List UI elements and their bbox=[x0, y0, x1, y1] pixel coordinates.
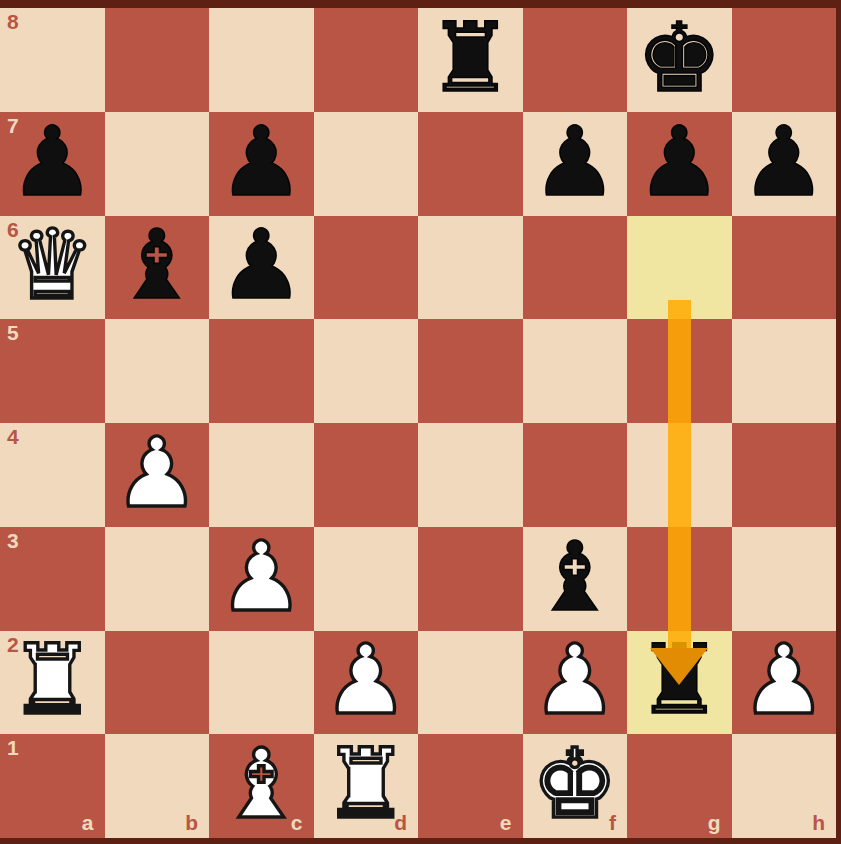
rank-label-8: 8 bbox=[7, 10, 19, 34]
piece-black-king[interactable]: ♚ bbox=[636, 10, 722, 106]
piece-white-rook[interactable]: ♜ bbox=[9, 632, 95, 728]
square-d7[interactable] bbox=[314, 112, 419, 216]
square-g3[interactable] bbox=[627, 527, 732, 631]
square-d2[interactable]: ♟ bbox=[314, 631, 419, 735]
piece-black-pawn[interactable]: ♟ bbox=[218, 217, 304, 313]
square-a6[interactable]: 6♛ bbox=[0, 216, 105, 320]
piece-white-pawn[interactable]: ♟ bbox=[323, 632, 409, 728]
piece-black-pawn[interactable]: ♟ bbox=[218, 114, 304, 210]
square-f2[interactable]: ♟ bbox=[523, 631, 628, 735]
square-b2[interactable] bbox=[105, 631, 210, 735]
square-d6[interactable] bbox=[314, 216, 419, 320]
piece-white-pawn[interactable]: ♟ bbox=[114, 425, 200, 521]
square-d3[interactable] bbox=[314, 527, 419, 631]
square-f4[interactable] bbox=[523, 423, 628, 527]
square-b5[interactable] bbox=[105, 319, 210, 423]
piece-white-pawn[interactable]: ♟ bbox=[532, 632, 618, 728]
square-h4[interactable] bbox=[732, 423, 837, 527]
piece-black-bishop[interactable]: ♝ bbox=[114, 217, 200, 313]
square-g6[interactable] bbox=[627, 216, 732, 320]
square-h2[interactable]: ♟ bbox=[732, 631, 837, 735]
square-c7[interactable]: ♟ bbox=[209, 112, 314, 216]
square-e6[interactable] bbox=[418, 216, 523, 320]
square-e3[interactable] bbox=[418, 527, 523, 631]
chess-board: 8♜♚7♟♟♟♟♟6♛♝♟54♟3♟♝2♜♟♟♜♟1abc♝d♜ef♚gh bbox=[0, 8, 836, 838]
file-label-g: g bbox=[708, 811, 721, 835]
piece-white-bishop[interactable]: ♝ bbox=[218, 736, 304, 832]
square-c5[interactable] bbox=[209, 319, 314, 423]
square-d4[interactable] bbox=[314, 423, 419, 527]
square-f1[interactable]: f♚ bbox=[523, 734, 628, 838]
square-b1[interactable]: b bbox=[105, 734, 210, 838]
square-g2[interactable]: ♜ bbox=[627, 631, 732, 735]
square-h8[interactable] bbox=[732, 8, 837, 112]
square-c3[interactable]: ♟ bbox=[209, 527, 314, 631]
piece-white-pawn[interactable]: ♟ bbox=[218, 529, 304, 625]
file-label-a: a bbox=[82, 811, 94, 835]
square-a8[interactable]: 8 bbox=[0, 8, 105, 112]
file-label-b: b bbox=[185, 811, 198, 835]
square-b3[interactable] bbox=[105, 527, 210, 631]
rank-label-1: 1 bbox=[7, 736, 19, 760]
piece-white-rook[interactable]: ♜ bbox=[323, 736, 409, 832]
board-frame: 8♜♚7♟♟♟♟♟6♛♝♟54♟3♟♝2♜♟♟♜♟1abc♝d♜ef♚gh bbox=[0, 0, 841, 844]
file-label-e: e bbox=[500, 811, 512, 835]
square-a1[interactable]: 1a bbox=[0, 734, 105, 838]
piece-black-rook[interactable]: ♜ bbox=[427, 10, 513, 106]
square-f7[interactable]: ♟ bbox=[523, 112, 628, 216]
rank-label-5: 5 bbox=[7, 321, 19, 345]
square-a2[interactable]: 2♜ bbox=[0, 631, 105, 735]
piece-black-pawn[interactable]: ♟ bbox=[9, 114, 95, 210]
square-f5[interactable] bbox=[523, 319, 628, 423]
square-g8[interactable]: ♚ bbox=[627, 8, 732, 112]
square-a7[interactable]: 7♟ bbox=[0, 112, 105, 216]
square-g1[interactable]: g bbox=[627, 734, 732, 838]
square-c2[interactable] bbox=[209, 631, 314, 735]
piece-black-bishop[interactable]: ♝ bbox=[532, 529, 618, 625]
square-b4[interactable]: ♟ bbox=[105, 423, 210, 527]
square-b8[interactable] bbox=[105, 8, 210, 112]
square-d5[interactable] bbox=[314, 319, 419, 423]
square-c8[interactable] bbox=[209, 8, 314, 112]
square-a4[interactable]: 4 bbox=[0, 423, 105, 527]
square-g7[interactable]: ♟ bbox=[627, 112, 732, 216]
square-c4[interactable] bbox=[209, 423, 314, 527]
square-h1[interactable]: h bbox=[732, 734, 837, 838]
square-h7[interactable]: ♟ bbox=[732, 112, 837, 216]
square-g4[interactable] bbox=[627, 423, 732, 527]
square-b6[interactable]: ♝ bbox=[105, 216, 210, 320]
square-c6[interactable]: ♟ bbox=[209, 216, 314, 320]
square-b7[interactable] bbox=[105, 112, 210, 216]
piece-white-king[interactable]: ♚ bbox=[532, 736, 618, 832]
square-f3[interactable]: ♝ bbox=[523, 527, 628, 631]
piece-white-pawn[interactable]: ♟ bbox=[741, 632, 827, 728]
rank-label-3: 3 bbox=[7, 529, 19, 553]
square-e8[interactable]: ♜ bbox=[418, 8, 523, 112]
square-e4[interactable] bbox=[418, 423, 523, 527]
square-g5[interactable] bbox=[627, 319, 732, 423]
square-e2[interactable] bbox=[418, 631, 523, 735]
piece-black-pawn[interactable]: ♟ bbox=[741, 114, 827, 210]
square-c1[interactable]: c♝ bbox=[209, 734, 314, 838]
square-e5[interactable] bbox=[418, 319, 523, 423]
square-e7[interactable] bbox=[418, 112, 523, 216]
piece-black-pawn[interactable]: ♟ bbox=[636, 114, 722, 210]
square-a3[interactable]: 3 bbox=[0, 527, 105, 631]
rank-label-4: 4 bbox=[7, 425, 19, 449]
piece-black-rook[interactable]: ♜ bbox=[636, 632, 722, 728]
piece-black-pawn[interactable]: ♟ bbox=[532, 114, 618, 210]
square-d1[interactable]: d♜ bbox=[314, 734, 419, 838]
file-label-h: h bbox=[812, 811, 825, 835]
square-h3[interactable] bbox=[732, 527, 837, 631]
square-h6[interactable] bbox=[732, 216, 837, 320]
piece-white-queen[interactable]: ♛ bbox=[9, 217, 95, 313]
square-a5[interactable]: 5 bbox=[0, 319, 105, 423]
square-e1[interactable]: e bbox=[418, 734, 523, 838]
square-f6[interactable] bbox=[523, 216, 628, 320]
square-f8[interactable] bbox=[523, 8, 628, 112]
square-d8[interactable] bbox=[314, 8, 419, 112]
square-h5[interactable] bbox=[732, 319, 837, 423]
